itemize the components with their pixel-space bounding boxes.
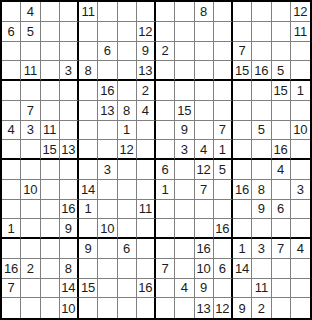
cell-r11c4-given: 16 [60,200,79,220]
cell-r10c9-given: 1 [156,180,175,200]
cell-r8c5-empty[interactable] [79,140,98,160]
cell-r12c11-empty[interactable] [195,219,214,239]
cell-r4c16-empty[interactable] [291,61,310,81]
cell-r3c10-empty[interactable] [175,42,194,62]
cell-r6c9-empty[interactable] [156,101,175,121]
cell-r1c10-empty[interactable] [175,2,194,22]
cell-r12c8-empty[interactable] [137,219,156,239]
cell-r10c2-given: 10 [21,180,40,200]
cell-r6c8-given: 4 [137,101,156,121]
cell-r13c14-given: 3 [252,239,271,259]
cell-r14c12-given: 6 [214,259,233,279]
cell-r3c16-empty[interactable] [291,42,310,62]
cell-r3c15-empty[interactable] [272,42,291,62]
cell-r2c7-empty[interactable] [118,22,137,42]
cell-r2c9-empty[interactable] [156,22,175,42]
cell-r11c16-empty[interactable] [291,200,310,220]
cell-r3c2-empty[interactable] [21,42,40,62]
cell-r1c16-given: 12 [291,2,310,22]
cell-r14c11-given: 10 [195,259,214,279]
cell-r9c9-given: 6 [156,160,175,180]
cell-r14c3-empty[interactable] [41,259,60,279]
cell-r8c15-given: 16 [272,140,291,160]
cell-r2c10-empty[interactable] [175,22,194,42]
cell-r12c16-empty[interactable] [291,219,310,239]
sudoku-board: 4118126512116927113813151651621517138415… [0,0,312,320]
cell-r14c14-empty[interactable] [252,259,271,279]
cell-r15c1-given: 7 [2,279,21,299]
cell-r14c9-given: 7 [156,259,175,279]
cell-r5c14-empty[interactable] [252,81,271,101]
cell-r6c12-empty[interactable] [214,101,233,121]
cell-r16c1-empty[interactable] [2,298,21,318]
cell-r7c4-empty[interactable] [60,121,79,141]
cell-r10c15-empty[interactable] [272,180,291,200]
cell-r8c13-empty[interactable] [233,140,252,160]
cell-r11c11-empty[interactable] [195,200,214,220]
cell-r14c1-given: 16 [2,259,21,279]
cell-r2c3-empty[interactable] [41,22,60,42]
cell-r16c4-given: 10 [60,298,79,318]
cell-r15c16-empty[interactable] [291,279,310,299]
cell-r5c15-given: 15 [272,81,291,101]
cell-r4c9-empty[interactable] [156,61,175,81]
cell-r6c14-empty[interactable] [252,101,271,121]
cell-r13c11-given: 16 [195,239,214,259]
cell-r9c14-empty[interactable] [252,160,271,180]
cell-r5c11-empty[interactable] [195,81,214,101]
cell-r10c10-empty[interactable] [175,180,194,200]
cell-r11c10-empty[interactable] [175,200,194,220]
cell-r14c10-empty[interactable] [175,259,194,279]
cell-r12c12-given: 16 [214,219,233,239]
cell-r6c4-empty[interactable] [60,101,79,121]
cell-r3c3-empty[interactable] [41,42,60,62]
cell-r8c2-empty[interactable] [21,140,40,160]
cell-r1c1-empty[interactable] [2,2,21,22]
cell-r12c14-empty[interactable] [252,219,271,239]
cell-r14c15-empty[interactable] [272,259,291,279]
cell-r1c14-empty[interactable] [252,2,271,22]
cell-r6c13-empty[interactable] [233,101,252,121]
cell-r12c10-empty[interactable] [175,219,194,239]
cell-r7c11-empty[interactable] [195,121,214,141]
cell-r16c9-empty[interactable] [156,298,175,318]
cell-r9c6-given: 3 [98,160,117,180]
cell-r15c7-empty[interactable] [118,279,137,299]
cell-r14c2-given: 2 [21,259,40,279]
cell-r14c6-empty[interactable] [98,259,117,279]
cell-r7c14-given: 5 [252,121,271,141]
cell-r5c12-empty[interactable] [214,81,233,101]
cell-r9c5-empty[interactable] [79,160,98,180]
cell-r14c8-empty[interactable] [137,259,156,279]
cell-r14c4-given: 8 [60,259,79,279]
cell-r2c6-empty[interactable] [98,22,117,42]
cell-r10c1-empty[interactable] [2,180,21,200]
cell-r9c3-empty[interactable] [41,160,60,180]
cell-r9c15-given: 4 [272,160,291,180]
cell-r2c8-given: 12 [137,22,156,42]
cell-r15c12-empty[interactable] [214,279,233,299]
cell-r12c2-empty[interactable] [21,219,40,239]
cell-r9c1-empty[interactable] [2,160,21,180]
cell-r6c7-given: 8 [118,101,137,121]
cell-r8c4-given: 13 [60,140,79,160]
cell-r7c9-empty[interactable] [156,121,175,141]
cell-r4c3-empty[interactable] [41,61,60,81]
cell-r2c4-empty[interactable] [60,22,79,42]
cell-r6c16-empty[interactable] [291,101,310,121]
cell-r10c12-empty[interactable] [214,180,233,200]
cell-r5c7-empty[interactable] [118,81,137,101]
cell-r11c8-given: 11 [137,200,156,220]
cell-r2c16-given: 11 [291,22,310,42]
cell-r12c5-empty[interactable] [79,219,98,239]
cell-r15c4-given: 14 [60,279,79,299]
cell-r10c14-given: 8 [252,180,271,200]
cell-r11c5-given: 1 [79,200,98,220]
cell-r10c3-empty[interactable] [41,180,60,200]
cell-r15c5-given: 15 [79,279,98,299]
cell-r2c12-empty[interactable] [214,22,233,42]
cell-r5c9-empty[interactable] [156,81,175,101]
cell-r1c12-empty[interactable] [214,2,233,22]
cell-r12c15-empty[interactable] [272,219,291,239]
cell-r12c1-given: 1 [2,219,21,239]
cell-r5c6-given: 16 [98,81,117,101]
cell-r8c8-empty[interactable] [137,140,156,160]
cell-r3c9-given: 2 [156,42,175,62]
cell-r11c7-empty[interactable] [118,200,137,220]
cell-r6c15-empty[interactable] [272,101,291,121]
cell-r4c8-given: 13 [137,61,156,81]
cell-r3c12-empty[interactable] [214,42,233,62]
cell-r12c3-empty[interactable] [41,219,60,239]
cell-r1c15-empty[interactable] [272,2,291,22]
cell-r4c11-empty[interactable] [195,61,214,81]
cell-r4c7-empty[interactable] [118,61,137,81]
cell-r6c1-empty[interactable] [2,101,21,121]
cell-r8c11-given: 4 [195,140,214,160]
cell-r16c12-given: 12 [214,298,233,318]
cell-r7c2-given: 3 [21,121,40,141]
cell-r16c10-empty[interactable] [175,298,194,318]
cell-r16c6-empty[interactable] [98,298,117,318]
cell-r16c8-empty[interactable] [137,298,156,318]
cell-r13c15-given: 7 [272,239,291,259]
cell-r15c9-empty[interactable] [156,279,175,299]
cell-r15c15-empty[interactable] [272,279,291,299]
cell-r16c14-given: 2 [252,298,271,318]
cell-r5c13-empty[interactable] [233,81,252,101]
cell-r16c11-given: 13 [195,298,214,318]
cell-r15c2-empty[interactable] [21,279,40,299]
cell-r6c11-empty[interactable] [195,101,214,121]
cell-r8c14-empty[interactable] [252,140,271,160]
cell-r9c10-empty[interactable] [175,160,194,180]
cell-r8c10-given: 3 [175,140,194,160]
cell-r9c2-empty[interactable] [21,160,40,180]
cell-r9c7-empty[interactable] [118,160,137,180]
cell-r6c6-given: 13 [98,101,117,121]
cell-r5c4-empty[interactable] [60,81,79,101]
cell-r1c2-given: 4 [21,2,40,22]
cell-r12c6-given: 10 [98,219,117,239]
cell-r11c3-empty[interactable] [41,200,60,220]
cell-r2c5-empty[interactable] [79,22,98,42]
cell-r8c7-given: 12 [118,140,137,160]
cell-r3c14-empty[interactable] [252,42,271,62]
cell-r10c16-given: 3 [291,180,310,200]
cell-r13c3-empty[interactable] [41,239,60,259]
cell-r6c5-empty[interactable] [79,101,98,121]
cell-r13c10-empty[interactable] [175,239,194,259]
cell-r11c13-empty[interactable] [233,200,252,220]
cell-r11c15-given: 6 [272,200,291,220]
cell-r10c11-given: 7 [195,180,214,200]
cell-r4c12-empty[interactable] [214,61,233,81]
cell-r5c16-given: 1 [291,81,310,101]
cell-r7c12-given: 7 [214,121,233,141]
cell-r16c5-empty[interactable] [79,298,98,318]
cell-r3c11-empty[interactable] [195,42,214,62]
cell-r3c13-given: 7 [233,42,252,62]
cell-r7c15-empty[interactable] [272,121,291,141]
cell-r1c9-empty[interactable] [156,2,175,22]
cell-r10c5-given: 14 [79,180,98,200]
cell-r4c2-given: 11 [21,61,40,81]
cell-r11c12-empty[interactable] [214,200,233,220]
cell-r13c6-empty[interactable] [98,239,117,259]
cell-r3c4-empty[interactable] [60,42,79,62]
cell-r7c8-empty[interactable] [137,121,156,141]
cell-r4c13-given: 15 [233,61,252,81]
cell-r4c6-empty[interactable] [98,61,117,81]
cell-r8c12-given: 1 [214,140,233,160]
cell-r8c6-empty[interactable] [98,140,117,160]
cell-r16c2-empty[interactable] [21,298,40,318]
cell-r8c9-empty[interactable] [156,140,175,160]
cell-r5c8-given: 2 [137,81,156,101]
cell-r13c12-empty[interactable] [214,239,233,259]
cell-r5c10-empty[interactable] [175,81,194,101]
cell-r3c1-empty[interactable] [2,42,21,62]
cell-r9c12-given: 5 [214,160,233,180]
cell-r9c4-empty[interactable] [60,160,79,180]
cell-r15c3-empty[interactable] [41,279,60,299]
cell-r15c8-given: 16 [137,279,156,299]
cell-r16c13-given: 9 [233,298,252,318]
cell-r15c6-empty[interactable] [98,279,117,299]
cell-r14c7-empty[interactable] [118,259,137,279]
cell-r9c8-empty[interactable] [137,160,156,180]
cell-r2c13-empty[interactable] [233,22,252,42]
cell-r5c1-empty[interactable] [2,81,21,101]
cell-r12c4-given: 9 [60,219,79,239]
cell-r1c13-empty[interactable] [233,2,252,22]
cell-r12c7-empty[interactable] [118,219,137,239]
cell-r11c1-empty[interactable] [2,200,21,220]
cell-r16c7-empty[interactable] [118,298,137,318]
cell-r1c7-empty[interactable] [118,2,137,22]
cell-r12c13-empty[interactable] [233,219,252,239]
cell-r15c10-given: 4 [175,279,194,299]
cell-r7c1-given: 4 [2,121,21,141]
cell-r16c3-empty[interactable] [41,298,60,318]
cell-r14c16-empty[interactable] [291,259,310,279]
cell-r7c16-given: 10 [291,121,310,141]
cell-r8c16-empty[interactable] [291,140,310,160]
cell-r13c16-given: 4 [291,239,310,259]
cell-r16c16-empty[interactable] [291,298,310,318]
cell-r1c6-empty[interactable] [98,2,117,22]
cell-r10c13-given: 16 [233,180,252,200]
cell-r11c2-empty[interactable] [21,200,40,220]
cell-r13c8-empty[interactable] [137,239,156,259]
cell-r2c2-given: 5 [21,22,40,42]
cell-r4c4-given: 3 [60,61,79,81]
cell-r12c9-empty[interactable] [156,219,175,239]
cell-r7c6-empty[interactable] [98,121,117,141]
cell-r13c7-given: 6 [118,239,137,259]
cell-r10c8-empty[interactable] [137,180,156,200]
cell-r9c13-empty[interactable] [233,160,252,180]
cell-r13c2-empty[interactable] [21,239,40,259]
cell-r7c10-given: 9 [175,121,194,141]
cell-r7c5-empty[interactable] [79,121,98,141]
cell-r13c4-empty[interactable] [60,239,79,259]
cell-r7c7-given: 1 [118,121,137,141]
cell-r5c3-empty[interactable] [41,81,60,101]
cell-r15c14-given: 11 [252,279,271,299]
cell-r3c5-empty[interactable] [79,42,98,62]
cell-r3c7-empty[interactable] [118,42,137,62]
cell-r14c5-empty[interactable] [79,259,98,279]
cell-r4c5-given: 8 [79,61,98,81]
cell-r6c2-given: 7 [21,101,40,121]
cell-r7c13-empty[interactable] [233,121,252,141]
cell-r5c2-empty[interactable] [21,81,40,101]
cell-r13c13-given: 1 [233,239,252,259]
cell-r1c4-empty[interactable] [60,2,79,22]
cell-r6c3-empty[interactable] [41,101,60,121]
cell-r16c15-empty[interactable] [272,298,291,318]
cell-r14c13-given: 14 [233,259,252,279]
cell-r10c7-empty[interactable] [118,180,137,200]
cell-r1c8-empty[interactable] [137,2,156,22]
cell-r2c11-empty[interactable] [195,22,214,42]
cell-r10c6-empty[interactable] [98,180,117,200]
cell-r3c6-given: 6 [98,42,117,62]
cell-r15c13-empty[interactable] [233,279,252,299]
cell-r9c16-empty[interactable] [291,160,310,180]
cell-r13c1-empty[interactable] [2,239,21,259]
cell-r1c5-given: 11 [79,2,98,22]
cell-r15c11-given: 9 [195,279,214,299]
cell-r11c14-given: 9 [252,200,271,220]
cell-r2c1-given: 6 [2,22,21,42]
cell-r10c4-empty[interactable] [60,180,79,200]
cell-r1c3-empty[interactable] [41,2,60,22]
cell-r4c10-empty[interactable] [175,61,194,81]
cell-r13c5-given: 9 [79,239,98,259]
cell-r4c1-empty[interactable] [2,61,21,81]
cell-r11c9-empty[interactable] [156,200,175,220]
cell-r7c3-given: 11 [41,121,60,141]
cell-r4c14-given: 16 [252,61,271,81]
cell-r4c15-given: 5 [272,61,291,81]
cell-r9c11-given: 12 [195,160,214,180]
cell-r5c5-empty[interactable] [79,81,98,101]
cell-r2c15-empty[interactable] [272,22,291,42]
cell-r11c6-empty[interactable] [98,200,117,220]
cell-r1c11-given: 8 [195,2,214,22]
cell-r13c9-empty[interactable] [156,239,175,259]
cell-r3c8-given: 9 [137,42,156,62]
cell-r8c3-given: 15 [41,140,60,160]
cell-r8c1-empty[interactable] [2,140,21,160]
cell-r6c10-given: 15 [175,101,194,121]
cell-r2c14-empty[interactable] [252,22,271,42]
